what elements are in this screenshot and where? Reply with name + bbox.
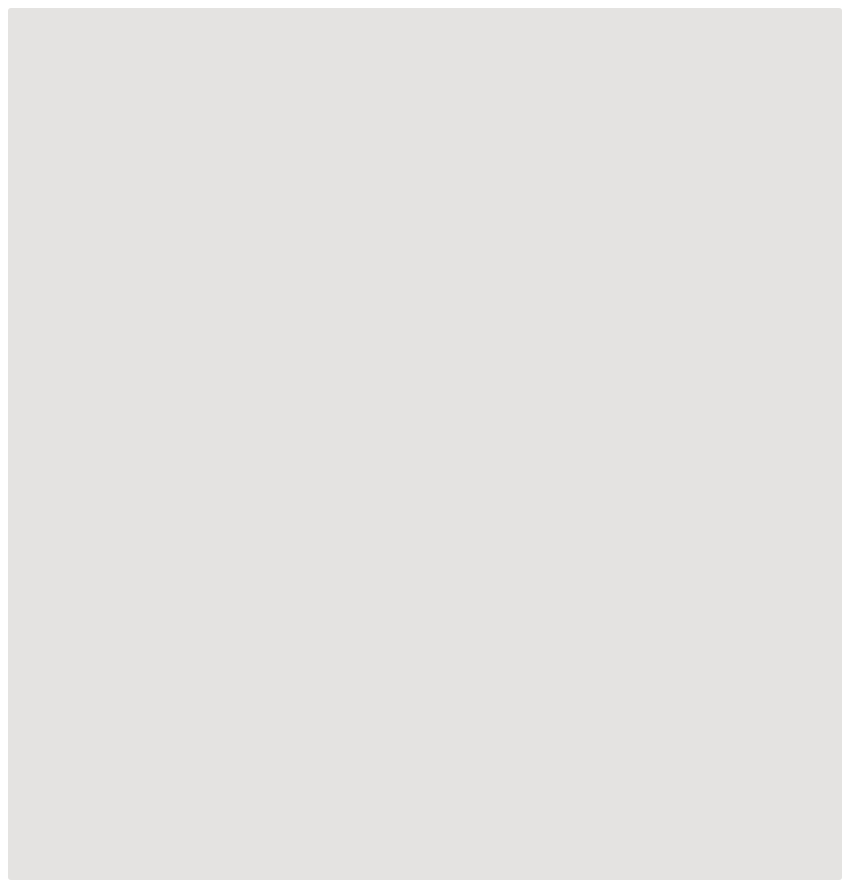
chess-board <box>55 65 791 801</box>
file-labels-top <box>55 8 791 65</box>
rank-labels-right <box>791 65 842 801</box>
file-labels-bottom <box>55 801 791 880</box>
rank-labels-left <box>8 65 55 801</box>
chessboard-panel <box>8 8 842 880</box>
